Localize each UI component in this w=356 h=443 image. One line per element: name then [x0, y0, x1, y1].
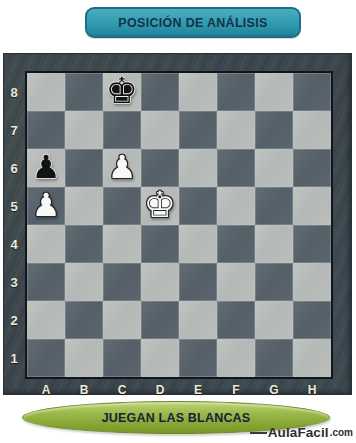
rank-label-2: 2 — [3, 301, 25, 339]
rank-label-7: 7 — [3, 111, 25, 149]
square-e2 — [179, 301, 217, 339]
file-label-d: D — [141, 383, 179, 396]
square-c8: ♚ — [103, 73, 141, 111]
black-pawn: ♟ — [32, 151, 61, 183]
rank-label-1: 1 — [3, 339, 25, 377]
file-label-c: C — [103, 383, 141, 396]
square-a7 — [27, 111, 65, 149]
square-b2 — [65, 301, 103, 339]
square-c6: ♟ — [103, 149, 141, 187]
square-h7 — [293, 111, 331, 149]
square-b7 — [65, 111, 103, 149]
square-c3 — [103, 263, 141, 301]
brand: AulaFacil .com — [250, 424, 353, 441]
square-f4 — [217, 225, 255, 263]
square-h2 — [293, 301, 331, 339]
file-label-a: A — [27, 383, 65, 396]
square-e8 — [179, 73, 217, 111]
square-d5: ♚ — [141, 187, 179, 225]
rank-label-6: 6 — [3, 149, 25, 187]
square-f2 — [217, 301, 255, 339]
chess-board-frame: ♚♟♟♟♚ 87654321 ABCDEFGH — [3, 53, 352, 395]
file-label-f: F — [217, 383, 255, 396]
square-g5 — [255, 187, 293, 225]
square-b1 — [65, 339, 103, 377]
square-e6 — [179, 149, 217, 187]
square-h8 — [293, 73, 331, 111]
rank-label-3: 3 — [3, 263, 25, 301]
square-a4 — [27, 225, 65, 263]
square-b5 — [65, 187, 103, 225]
square-h6 — [293, 149, 331, 187]
square-f7 — [217, 111, 255, 149]
square-b3 — [65, 263, 103, 301]
square-g3 — [255, 263, 293, 301]
square-a6: ♟ — [27, 149, 65, 187]
square-e4 — [179, 225, 217, 263]
square-a5: ♟ — [27, 187, 65, 225]
square-c5 — [103, 187, 141, 225]
file-label-h: H — [293, 383, 331, 396]
square-g6 — [255, 149, 293, 187]
square-h4 — [293, 225, 331, 263]
square-f1 — [217, 339, 255, 377]
square-g2 — [255, 301, 293, 339]
square-b6 — [65, 149, 103, 187]
square-d3 — [141, 263, 179, 301]
square-g8 — [255, 73, 293, 111]
brand-name: AulaFacil — [268, 425, 329, 440]
page-title: POSICIÓN DE ANÁLISIS — [118, 16, 267, 30]
square-f8 — [217, 73, 255, 111]
square-a8 — [27, 73, 65, 111]
square-b8 — [65, 73, 103, 111]
rank-label-4: 4 — [3, 225, 25, 263]
brand-suffix: .com — [330, 427, 353, 438]
square-c2 — [103, 301, 141, 339]
black-king: ♚ — [106, 73, 138, 109]
square-a3 — [27, 263, 65, 301]
square-d1 — [141, 339, 179, 377]
square-d2 — [141, 301, 179, 339]
brand-line — [250, 432, 267, 434]
square-d7 — [141, 111, 179, 149]
square-c7 — [103, 111, 141, 149]
square-b4 — [65, 225, 103, 263]
square-g7 — [255, 111, 293, 149]
square-e3 — [179, 263, 217, 301]
square-d8 — [141, 73, 179, 111]
white-pawn: ♟ — [108, 151, 137, 183]
white-king: ♚ — [144, 187, 176, 223]
page: POSICIÓN DE ANÁLISIS ♚♟♟♟♚ 87654321 ABCD… — [0, 0, 356, 443]
file-label-e: E — [179, 383, 217, 396]
square-e7 — [179, 111, 217, 149]
square-f3 — [217, 263, 255, 301]
white-pawn: ♟ — [32, 189, 61, 221]
file-label-g: G — [255, 383, 293, 396]
square-f6 — [217, 149, 255, 187]
square-e1 — [179, 339, 217, 377]
square-c4 — [103, 225, 141, 263]
square-d6 — [141, 149, 179, 187]
square-f5 — [217, 187, 255, 225]
chess-board: ♚♟♟♟♚ — [25, 71, 333, 379]
turn-banner-label: JUEGAN LAS BLANCAS — [102, 411, 251, 425]
file-label-b: B — [65, 383, 103, 396]
square-e5 — [179, 187, 217, 225]
square-h3 — [293, 263, 331, 301]
square-g1 — [255, 339, 293, 377]
square-g4 — [255, 225, 293, 263]
square-h1 — [293, 339, 331, 377]
square-c1 — [103, 339, 141, 377]
square-a1 — [27, 339, 65, 377]
rank-label-8: 8 — [3, 73, 25, 111]
analysis-title-banner: POSICIÓN DE ANÁLISIS — [85, 7, 301, 38]
rank-label-5: 5 — [3, 187, 25, 225]
square-h5 — [293, 187, 331, 225]
square-a2 — [27, 301, 65, 339]
square-d4 — [141, 225, 179, 263]
